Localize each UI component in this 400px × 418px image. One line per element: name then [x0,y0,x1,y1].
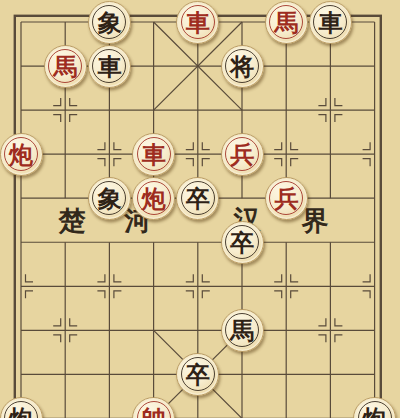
piece-black-cannon[interactable]: 炮 [353,397,396,418]
piece-glyph: 馬 [53,55,77,79]
piece-glyph: 卒 [230,231,254,255]
piece-red-horse[interactable]: 馬 [265,1,308,44]
piece-glyph: 卒 [186,363,210,387]
piece-glyph: 将 [230,55,254,79]
piece-black-soldier[interactable]: 卒 [176,177,219,220]
piece-red-chariot[interactable]: 車 [132,133,175,176]
piece-glyph: 車 [186,11,210,35]
piece-glyph: 馬 [230,319,254,343]
piece-grid: 象車馬車馬車将炮車兵象炮卒兵卒馬卒炮帥炮 [0,0,397,418]
piece-red-soldier[interactable]: 兵 [221,133,264,176]
piece-red-cannon[interactable]: 炮 [132,177,175,220]
piece-black-elephant[interactable]: 象 [88,177,131,220]
piece-black-cannon[interactable]: 炮 [0,397,43,418]
piece-red-general[interactable]: 帥 [132,397,175,418]
piece-glyph: 車 [318,11,342,35]
piece-glyph: 炮 [9,407,33,418]
piece-glyph: 卒 [186,187,210,211]
xiangqi-board[interactable]: 楚 河 汉 界 象車馬車馬車将炮車兵象炮卒兵卒馬卒炮帥炮 [0,0,400,418]
piece-glyph: 馬 [274,11,298,35]
piece-glyph: 帥 [142,407,166,418]
piece-black-general[interactable]: 将 [221,45,264,88]
piece-red-horse[interactable]: 馬 [44,45,87,88]
piece-black-soldier[interactable]: 卒 [221,221,264,264]
piece-red-chariot[interactable]: 車 [176,1,219,44]
piece-red-soldier[interactable]: 兵 [265,177,308,220]
piece-glyph: 象 [97,11,121,35]
piece-black-chariot[interactable]: 車 [309,1,352,44]
piece-glyph: 兵 [274,187,298,211]
piece-glyph: 炮 [9,143,33,167]
piece-glyph: 炮 [142,187,166,211]
piece-black-elephant[interactable]: 象 [88,1,131,44]
piece-black-chariot[interactable]: 車 [88,45,131,88]
piece-glyph: 車 [97,55,121,79]
piece-glyph: 兵 [230,143,254,167]
piece-black-horse[interactable]: 馬 [221,309,264,352]
piece-black-soldier[interactable]: 卒 [176,353,219,396]
piece-glyph: 炮 [363,407,387,418]
piece-glyph: 車 [142,143,166,167]
piece-red-cannon[interactable]: 炮 [0,133,43,176]
piece-glyph: 象 [97,187,121,211]
